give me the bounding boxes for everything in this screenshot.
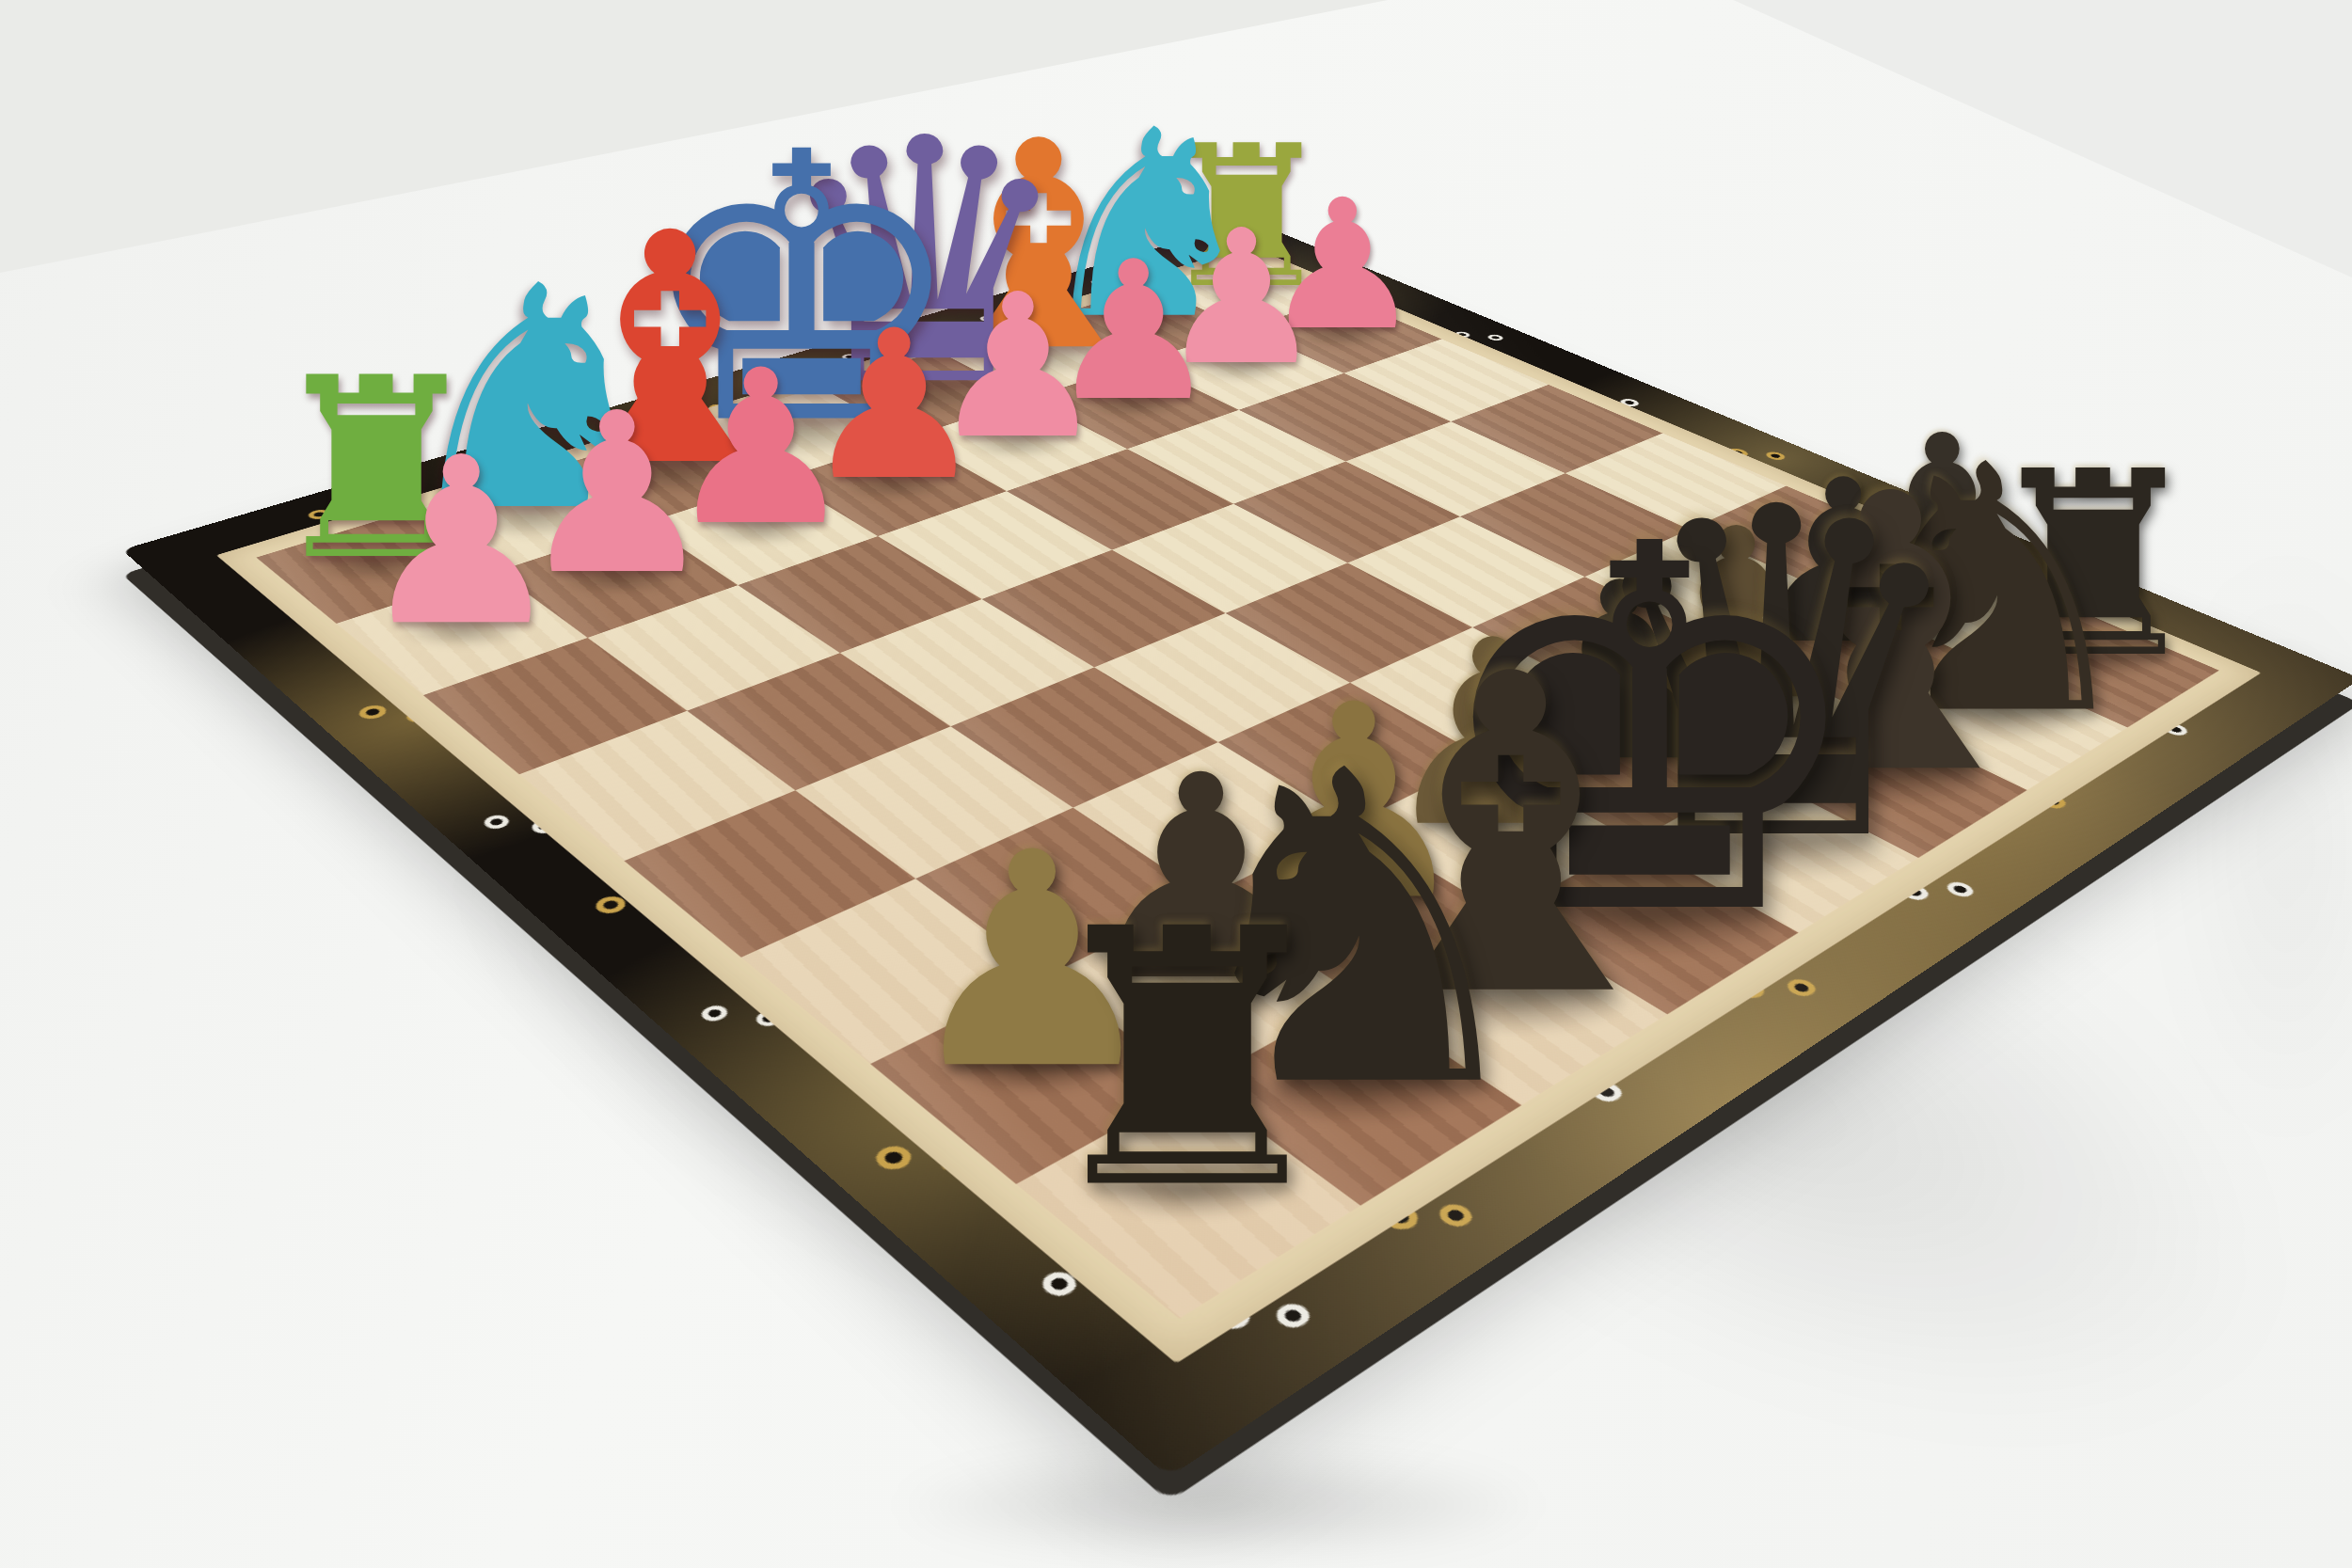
silver-ring-dot xyxy=(483,456,505,466)
gold-ring-dot xyxy=(1782,975,1821,999)
gold-ring-dot xyxy=(305,508,332,520)
silver-ring-dot xyxy=(839,353,860,361)
gold-ring-dot xyxy=(1434,1200,1478,1230)
silver-ring-dot xyxy=(1089,278,1107,286)
gold-ring-dot xyxy=(1762,451,1788,462)
silver-ring-dot xyxy=(1485,333,1506,341)
gold-ring-dot xyxy=(2089,589,2119,603)
gold-ring-dot xyxy=(355,703,391,721)
gold-ring-dot xyxy=(869,1141,919,1174)
silver-ring-dot xyxy=(1269,1299,1316,1333)
checker-grid xyxy=(256,257,2218,1319)
silver-ring-dot xyxy=(697,1003,732,1024)
silver-ring-dot xyxy=(1943,879,1978,899)
scene: ♜♞♝♚♛♝♞♜♟♟♟♟♟♟♟♟♟♟♟♟♟♟♟♟♜♞♝♚♛♝♞♜ xyxy=(0,0,2352,1568)
silver-ring-dot xyxy=(480,813,514,832)
gold-ring-dot xyxy=(671,404,694,413)
